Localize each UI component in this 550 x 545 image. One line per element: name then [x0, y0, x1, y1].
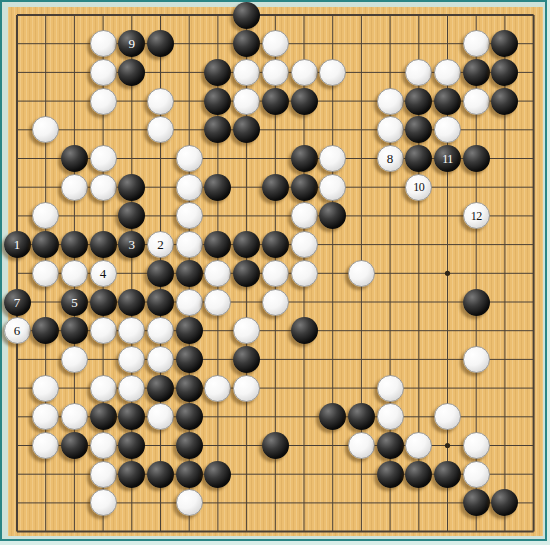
white-stone-dq[interactable]	[90, 461, 117, 488]
black-stone-eq[interactable]	[118, 461, 145, 488]
white-stone-dl[interactable]	[90, 317, 117, 344]
white-stone-hk[interactable]	[204, 289, 231, 316]
white-stone-cm[interactable]	[61, 346, 88, 373]
black-stone-pq[interactable]	[434, 461, 461, 488]
white-stone-pc[interactable]	[434, 59, 461, 86]
move-number-label: 2	[157, 238, 164, 251]
white-stone-in[interactable]	[233, 375, 260, 402]
white-stone-gk[interactable]	[176, 289, 203, 316]
black-stone-cp[interactable]	[61, 432, 88, 459]
black-stone-dk[interactable]	[90, 289, 117, 316]
white-stone-fd[interactable]	[147, 88, 174, 115]
move-number-label: 8	[387, 152, 394, 165]
move-number-label: 11	[442, 153, 453, 165]
black-stone-qf[interactable]	[463, 145, 490, 172]
white-stone-dn[interactable]	[90, 375, 117, 402]
white-stone-jk[interactable]	[262, 289, 289, 316]
white-stone-ic[interactable]	[233, 59, 260, 86]
white-stone-dr[interactable]	[90, 489, 117, 516]
white-stone-mp[interactable]	[348, 432, 375, 459]
black-stone-ec[interactable]	[118, 59, 145, 86]
white-stone-dc[interactable]	[90, 59, 117, 86]
white-stone-qd[interactable]	[463, 88, 490, 115]
goban-board[interactable]: 981110121324756	[8, 7, 543, 536]
white-stone-kh[interactable]	[291, 202, 318, 229]
white-stone-cg[interactable]	[61, 174, 88, 201]
white-stone-db[interactable]	[90, 30, 117, 57]
black-stone-im[interactable]	[233, 346, 260, 373]
white-stone-hj[interactable]	[204, 260, 231, 287]
move-number-label: 3	[129, 238, 136, 251]
move-number-label: 10	[413, 181, 424, 193]
white-stone-bn[interactable]	[32, 375, 59, 402]
black-stone-fn[interactable]	[147, 375, 174, 402]
white-stone-gf[interactable]	[176, 145, 203, 172]
black-stone-cl[interactable]	[61, 317, 88, 344]
star-point	[445, 271, 450, 276]
black-stone-jd[interactable]	[262, 88, 289, 115]
black-stone-nq[interactable]	[377, 461, 404, 488]
white-stone-fi[interactable]: 2	[147, 231, 174, 258]
move-number-label: 5	[71, 296, 78, 309]
white-stone-en[interactable]	[118, 375, 145, 402]
white-stone-nd[interactable]	[377, 88, 404, 115]
go-app-window: 981110121324756	[0, 0, 550, 545]
black-stone-ek[interactable]	[118, 289, 145, 316]
black-stone-ak[interactable]: 7	[4, 289, 31, 316]
move-number-label: 7	[14, 296, 21, 309]
white-stone-dd[interactable]	[90, 88, 117, 115]
black-stone-gp[interactable]	[176, 432, 203, 459]
white-stone-nn[interactable]	[377, 375, 404, 402]
white-stone-dg[interactable]	[90, 174, 117, 201]
black-stone-eg[interactable]	[118, 174, 145, 201]
white-stone-hn[interactable]	[204, 375, 231, 402]
white-stone-lg[interactable]	[319, 174, 346, 201]
white-stone-id[interactable]	[233, 88, 260, 115]
black-stone-gl[interactable]	[176, 317, 203, 344]
white-stone-fm[interactable]	[147, 346, 174, 373]
black-stone-np[interactable]	[377, 432, 404, 459]
white-stone-al[interactable]: 6	[4, 317, 31, 344]
black-stone-gn[interactable]	[176, 375, 203, 402]
black-stone-fq[interactable]	[147, 461, 174, 488]
white-stone-bj[interactable]	[32, 260, 59, 287]
white-stone-gg[interactable]	[176, 174, 203, 201]
black-stone-hq[interactable]	[204, 461, 231, 488]
black-stone-fk[interactable]	[147, 289, 174, 316]
white-stone-og[interactable]: 10	[405, 174, 432, 201]
white-stone-qb[interactable]	[463, 30, 490, 57]
black-stone-hg[interactable]	[204, 174, 231, 201]
white-stone-jc[interactable]	[262, 59, 289, 86]
black-stone-ci[interactable]	[61, 231, 88, 258]
black-stone-pd[interactable]	[434, 88, 461, 115]
white-stone-dp[interactable]	[90, 432, 117, 459]
white-stone-kc[interactable]	[291, 59, 318, 86]
black-stone-kg[interactable]	[291, 174, 318, 201]
black-stone-ai[interactable]: 1	[4, 231, 31, 258]
white-stone-lf[interactable]	[319, 145, 346, 172]
white-stone-lc[interactable]	[319, 59, 346, 86]
white-stone-bp[interactable]	[32, 432, 59, 459]
black-stone-go[interactable]	[176, 403, 203, 430]
star-point	[445, 443, 450, 448]
black-stone-ck[interactable]: 5	[61, 289, 88, 316]
black-stone-pf[interactable]: 11	[434, 145, 461, 172]
white-stone-gi[interactable]	[176, 231, 203, 258]
move-number-label: 6	[14, 324, 21, 337]
black-stone-ia[interactable]	[233, 2, 260, 29]
white-stone-mj[interactable]	[348, 260, 375, 287]
white-stone-cj[interactable]	[61, 260, 88, 287]
white-stone-ki[interactable]	[291, 231, 318, 258]
black-stone-fj[interactable]	[147, 260, 174, 287]
black-stone-rd[interactable]	[491, 88, 518, 115]
black-stone-fb[interactable]	[147, 30, 174, 57]
black-stone-ji[interactable]	[262, 231, 289, 258]
black-stone-cf[interactable]	[61, 145, 88, 172]
black-stone-oq[interactable]	[405, 461, 432, 488]
black-stone-jp[interactable]	[262, 432, 289, 459]
white-stone-jj[interactable]	[262, 260, 289, 287]
white-stone-df[interactable]	[90, 145, 117, 172]
black-stone-gj[interactable]	[176, 260, 203, 287]
white-stone-qp[interactable]	[463, 432, 490, 459]
white-stone-gh[interactable]	[176, 202, 203, 229]
move-number-label: 4	[100, 267, 107, 280]
black-stone-ii[interactable]	[233, 231, 260, 258]
white-stone-gr[interactable]	[176, 489, 203, 516]
white-stone-oc[interactable]	[405, 59, 432, 86]
black-stone-qr[interactable]	[463, 489, 490, 516]
black-stone-ij[interactable]	[233, 260, 260, 287]
black-stone-di[interactable]	[90, 231, 117, 258]
black-stone-qk[interactable]	[463, 289, 490, 316]
move-number-label: 12	[471, 210, 482, 222]
white-stone-dj[interactable]: 4	[90, 260, 117, 287]
white-stone-no[interactable]	[377, 403, 404, 430]
white-stone-jb[interactable]	[262, 30, 289, 57]
white-stone-qm[interactable]	[463, 346, 490, 373]
black-stone-gq[interactable]	[176, 461, 203, 488]
black-stone-kd[interactable]	[291, 88, 318, 115]
black-stone-od[interactable]	[405, 88, 432, 115]
white-stone-nf[interactable]: 8	[377, 145, 404, 172]
black-stone-kf[interactable]	[291, 145, 318, 172]
black-stone-jg[interactable]	[262, 174, 289, 201]
black-stone-qc[interactable]	[463, 59, 490, 86]
white-stone-kj[interactable]	[291, 260, 318, 287]
move-number-label: 9	[129, 37, 136, 50]
black-stone-gm[interactable]	[176, 346, 203, 373]
black-stone-hd[interactable]	[204, 88, 231, 115]
white-stone-co[interactable]	[61, 403, 88, 430]
white-stone-qq[interactable]	[463, 461, 490, 488]
white-stone-fl[interactable]	[147, 317, 174, 344]
black-stone-kl[interactable]	[291, 317, 318, 344]
white-stone-ne[interactable]	[377, 116, 404, 143]
black-stone-mo[interactable]	[348, 403, 375, 430]
black-stone-do[interactable]	[90, 403, 117, 430]
white-stone-em[interactable]	[118, 346, 145, 373]
move-number-label: 1	[14, 238, 21, 251]
white-stone-qh[interactable]: 12	[463, 202, 490, 229]
